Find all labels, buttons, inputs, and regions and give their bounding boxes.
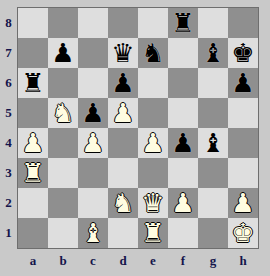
square-d4[interactable] <box>108 128 138 158</box>
square-c1[interactable]: ♝ <box>78 218 108 248</box>
piece-bR-f8[interactable]: ♜ <box>168 8 198 38</box>
square-f2[interactable]: ♟ <box>168 188 198 218</box>
square-e8[interactable] <box>138 8 168 38</box>
square-h5[interactable] <box>228 98 258 128</box>
square-a3[interactable]: ♜ <box>18 158 48 188</box>
square-a6[interactable]: ♜ <box>18 68 48 98</box>
piece-bP-b7[interactable]: ♟ <box>48 38 78 68</box>
piece-wP-a4[interactable]: ♟ <box>18 128 48 158</box>
square-c5[interactable]: ♟ <box>78 98 108 128</box>
rank-label-6: 6 <box>0 68 17 98</box>
square-d6[interactable]: ♟ <box>108 68 138 98</box>
piece-wR-e1[interactable]: ♜ <box>138 218 168 248</box>
piece-bP-h6[interactable]: ♟ <box>228 68 258 98</box>
piece-bP-f4[interactable]: ♟ <box>168 128 198 158</box>
rank-label-5: 5 <box>0 98 17 128</box>
piece-wB-c1[interactable]: ♝ <box>78 218 108 248</box>
square-b5[interactable]: ♞ <box>48 98 78 128</box>
square-a2[interactable] <box>18 188 48 218</box>
piece-bP-d6[interactable]: ♟ <box>108 68 138 98</box>
file-label-a: a <box>18 248 48 274</box>
chess-diagram: 87654321 ♜♟♛♞♝♚♜♟♟♞♟♟♟♟♟♟♝♜♞♛♟♟♝♜♚ abcde… <box>0 0 270 276</box>
piece-bQ-d7[interactable]: ♛ <box>108 38 138 68</box>
rank-label-2: 2 <box>0 188 17 218</box>
square-h2[interactable]: ♟ <box>228 188 258 218</box>
square-a1[interactable] <box>18 218 48 248</box>
square-h4[interactable] <box>228 128 258 158</box>
square-c4[interactable]: ♟ <box>78 128 108 158</box>
square-g5[interactable] <box>198 98 228 128</box>
square-e1[interactable]: ♜ <box>138 218 168 248</box>
square-g4[interactable]: ♝ <box>198 128 228 158</box>
square-e4[interactable]: ♟ <box>138 128 168 158</box>
square-c8[interactable] <box>78 8 108 38</box>
square-b1[interactable] <box>48 218 78 248</box>
square-c3[interactable] <box>78 158 108 188</box>
rank-labels: 87654321 <box>0 8 17 248</box>
square-h1[interactable]: ♚ <box>228 218 258 248</box>
square-f5[interactable] <box>168 98 198 128</box>
square-b6[interactable] <box>48 68 78 98</box>
square-c6[interactable] <box>78 68 108 98</box>
piece-bN-e7[interactable]: ♞ <box>138 38 168 68</box>
file-label-c: c <box>78 248 108 274</box>
rank-label-3: 3 <box>0 158 17 188</box>
piece-wP-d5[interactable]: ♟ <box>108 98 138 128</box>
piece-bB-g4[interactable]: ♝ <box>198 128 228 158</box>
square-g3[interactable] <box>198 158 228 188</box>
piece-wQ-e2[interactable]: ♛ <box>138 188 168 218</box>
piece-bP-c5[interactable]: ♟ <box>78 98 108 128</box>
square-e6[interactable] <box>138 68 168 98</box>
square-a8[interactable] <box>18 8 48 38</box>
rank-label-7: 7 <box>0 38 17 68</box>
file-label-h: h <box>228 248 258 274</box>
square-f8[interactable]: ♜ <box>168 8 198 38</box>
rank-label-1: 1 <box>0 218 17 248</box>
square-e5[interactable] <box>138 98 168 128</box>
square-g6[interactable] <box>198 68 228 98</box>
file-label-d: d <box>108 248 138 274</box>
square-d2[interactable]: ♞ <box>108 188 138 218</box>
square-h3[interactable] <box>228 158 258 188</box>
piece-wP-h2[interactable]: ♟ <box>228 188 258 218</box>
square-a5[interactable] <box>18 98 48 128</box>
file-label-f: f <box>168 248 198 274</box>
square-b8[interactable] <box>48 8 78 38</box>
square-f1[interactable] <box>168 218 198 248</box>
square-d3[interactable] <box>108 158 138 188</box>
file-labels: abcdefgh <box>18 248 258 274</box>
piece-bK-h7[interactable]: ♚ <box>228 38 258 68</box>
rank-label-4: 4 <box>0 128 17 158</box>
square-g1[interactable] <box>198 218 228 248</box>
square-e2[interactable]: ♛ <box>138 188 168 218</box>
square-f7[interactable] <box>168 38 198 68</box>
square-c7[interactable] <box>78 38 108 68</box>
square-h7[interactable]: ♚ <box>228 38 258 68</box>
piece-wP-e4[interactable]: ♟ <box>138 128 168 158</box>
piece-bB-g7[interactable]: ♝ <box>198 38 228 68</box>
square-a7[interactable] <box>18 38 48 68</box>
square-f3[interactable] <box>168 158 198 188</box>
piece-wK-h1[interactable]: ♚ <box>228 218 258 248</box>
piece-bR-a6[interactable]: ♜ <box>18 68 48 98</box>
square-c2[interactable] <box>78 188 108 218</box>
square-g8[interactable] <box>198 8 228 38</box>
square-g7[interactable]: ♝ <box>198 38 228 68</box>
square-h8[interactable] <box>228 8 258 38</box>
chess-board: ♜♟♛♞♝♚♜♟♟♞♟♟♟♟♟♟♝♜♞♛♟♟♝♜♚ <box>17 7 259 249</box>
file-label-g: g <box>198 248 228 274</box>
square-b3[interactable] <box>48 158 78 188</box>
piece-wR-a3[interactable]: ♜ <box>18 158 48 188</box>
square-f4[interactable]: ♟ <box>168 128 198 158</box>
piece-wP-f2[interactable]: ♟ <box>168 188 198 218</box>
rank-label-8: 8 <box>0 8 17 38</box>
file-label-b: b <box>48 248 78 274</box>
square-b4[interactable] <box>48 128 78 158</box>
file-label-e: e <box>138 248 168 274</box>
square-a4[interactable]: ♟ <box>18 128 48 158</box>
square-d1[interactable] <box>108 218 138 248</box>
square-e7[interactable]: ♞ <box>138 38 168 68</box>
square-g2[interactable] <box>198 188 228 218</box>
square-d5[interactable]: ♟ <box>108 98 138 128</box>
square-e3[interactable] <box>138 158 168 188</box>
square-h6[interactable]: ♟ <box>228 68 258 98</box>
square-b2[interactable] <box>48 188 78 218</box>
piece-wN-d2[interactable]: ♞ <box>108 188 138 218</box>
piece-wP-c4[interactable]: ♟ <box>78 128 108 158</box>
square-d7[interactable]: ♛ <box>108 38 138 68</box>
square-b7[interactable]: ♟ <box>48 38 78 68</box>
square-f6[interactable] <box>168 68 198 98</box>
square-d8[interactable] <box>108 8 138 38</box>
piece-wN-b5[interactable]: ♞ <box>48 98 78 128</box>
